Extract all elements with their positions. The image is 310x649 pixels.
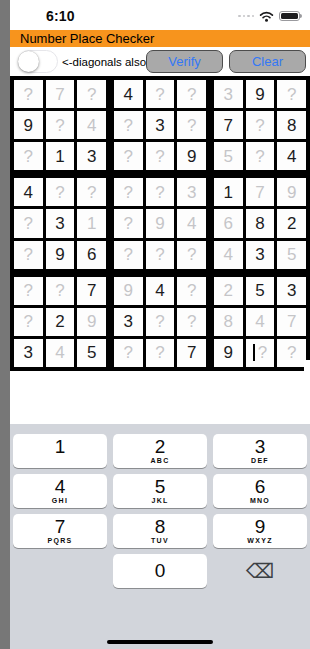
- cell-value: 2: [224, 282, 233, 299]
- key-digit-label: 2: [155, 437, 166, 457]
- sudoku-cell-r6c1[interactable]: ?: [14, 241, 43, 269]
- sudoku-cell-r7c3[interactable]: 7: [77, 277, 106, 305]
- status-icons: [238, 11, 300, 22]
- sudoku-cell-r1c1[interactable]: ?: [14, 80, 43, 108]
- sudoku-cell-r9c3[interactable]: 5: [77, 339, 106, 367]
- cell-value: ?: [187, 117, 196, 134]
- cell-value: ?: [124, 246, 133, 263]
- sudoku-cell-r6c6[interactable]: ?: [177, 241, 206, 269]
- cell-value: ?: [55, 282, 64, 299]
- cell-value: 5: [287, 246, 296, 263]
- cell-value: 9: [155, 215, 164, 232]
- sudoku-box-1: ?7?9?4?13: [14, 80, 106, 170]
- cell-value: ?: [287, 86, 296, 103]
- cell-value: ?: [255, 148, 264, 165]
- cell-value: 4: [155, 282, 164, 299]
- sudoku-board: ?7?9?4?134???3???939?7?85?44???31?96??3?…: [10, 76, 310, 371]
- sudoku-cell-r8c5[interactable]: ?: [146, 308, 175, 336]
- key-digit-label: 0: [155, 561, 166, 581]
- cell-value: 9: [287, 184, 296, 201]
- sudoku-cell-r1c2[interactable]: 7: [46, 80, 75, 108]
- cell-value: 9: [187, 148, 196, 165]
- cell-value: 3: [187, 184, 196, 201]
- text-cursor: [253, 344, 255, 361]
- status-bar: 6:10: [10, 0, 310, 30]
- sudoku-cell-r2c9[interactable]: 8: [277, 111, 306, 139]
- sudoku-cell-r2c3[interactable]: 4: [77, 111, 106, 139]
- sudoku-cell-r4c7[interactable]: 1: [214, 178, 243, 206]
- sudoku-cell-r9c8[interactable]: ?: [246, 339, 275, 367]
- sudoku-cell-r6c8[interactable]: 3: [246, 241, 275, 269]
- key-9[interactable]: 9WXYZ: [213, 514, 307, 548]
- cell-value: ?: [124, 117, 133, 134]
- sudoku-cell-r6c5[interactable]: ?: [146, 241, 175, 269]
- board-corner-notch: [304, 360, 310, 373]
- cell-value: 9: [224, 344, 233, 361]
- sudoku-cell-r9c9[interactable]: ?: [277, 339, 306, 367]
- key-7[interactable]: 7PQRS: [13, 514, 107, 548]
- status-time: 6:10: [46, 8, 75, 24]
- home-indicator[interactable]: [107, 640, 213, 645]
- key-digit-label: 3: [255, 437, 266, 457]
- sudoku-cell-r5c3[interactable]: 1: [77, 209, 106, 237]
- sudoku-cell-r6c4[interactable]: ?: [114, 241, 143, 269]
- cell-value: 9: [255, 86, 264, 103]
- sudoku-cell-r8c2[interactable]: 2: [46, 308, 75, 336]
- sudoku-cell-r8c8[interactable]: 4: [246, 308, 275, 336]
- sudoku-cell-r7c4[interactable]: 9: [114, 277, 143, 305]
- sudoku-box-9: 2538479??: [214, 277, 306, 367]
- cell-value: 4: [287, 148, 296, 165]
- cell-value: ?: [87, 86, 96, 103]
- sudoku-cell-r5c9[interactable]: 2: [277, 209, 306, 237]
- clear-button[interactable]: Clear: [229, 50, 306, 73]
- wifi-icon: [259, 11, 274, 22]
- cell-value: ?: [155, 86, 164, 103]
- sudoku-cell-r2c5[interactable]: 3: [146, 111, 175, 139]
- cell-value: 4: [24, 184, 33, 201]
- cell-value: ?: [24, 313, 33, 330]
- cell-value: 7: [87, 282, 96, 299]
- cell-value: ?: [155, 313, 164, 330]
- cell-value: 9: [24, 117, 33, 134]
- cell-value: 4: [224, 246, 233, 263]
- key-letters-label: TUV: [151, 537, 169, 545]
- cell-value: ?: [155, 344, 164, 361]
- sudoku-cell-r3c5[interactable]: ?: [146, 142, 175, 170]
- cell-value: 3: [287, 282, 296, 299]
- key-0[interactable]: 0: [113, 554, 207, 588]
- sudoku-cell-r2c8[interactable]: ?: [246, 111, 275, 139]
- sudoku-cell-r8c3[interactable]: 9: [77, 308, 106, 336]
- sudoku-cell-r4c4[interactable]: ?: [114, 178, 143, 206]
- cell-value: 8: [287, 117, 296, 134]
- sudoku-cell-r8c9[interactable]: 7: [277, 308, 306, 336]
- keyboard-row-4: 0 ⌫: [13, 554, 307, 588]
- sudoku-cell-r7c5[interactable]: 4: [146, 277, 175, 305]
- cell-value: 3: [255, 246, 264, 263]
- sudoku-cell-r7c7[interactable]: 2: [214, 277, 243, 305]
- sudoku-cell-r5c4[interactable]: ?: [114, 209, 143, 237]
- diagonals-toggle[interactable]: [18, 50, 58, 73]
- cell-value: ?: [24, 86, 33, 103]
- cell-value: 5: [224, 148, 233, 165]
- key-3[interactable]: 3DEF: [213, 434, 307, 468]
- app-title: Number Place Checker: [20, 31, 154, 46]
- key-letters-label: ABC: [150, 457, 169, 465]
- sudoku-cell-r1c4[interactable]: 4: [114, 80, 143, 108]
- sudoku-box-8: 94?3????7: [114, 277, 206, 367]
- cell-value: 4: [87, 117, 96, 134]
- verify-button[interactable]: Verify: [146, 50, 223, 73]
- cell-value: ?: [87, 184, 96, 201]
- sudoku-box-3: 39?7?85?4: [214, 80, 306, 170]
- sudoku-cell-r5c5[interactable]: 9: [146, 209, 175, 237]
- sudoku-cell-r3c8[interactable]: ?: [246, 142, 275, 170]
- cell-value: 4: [55, 344, 64, 361]
- cell-value: ?: [258, 344, 267, 361]
- cell-value: 3: [87, 148, 96, 165]
- cell-value: 3: [124, 313, 133, 330]
- sudoku-cell-r8c7[interactable]: 8: [214, 308, 243, 336]
- sudoku-cell-r5c1[interactable]: ?: [14, 209, 43, 237]
- sudoku-cell-r4c8[interactable]: 7: [246, 178, 275, 206]
- cell-value: ?: [124, 215, 133, 232]
- sudoku-box-4: 4???31?96: [14, 178, 106, 268]
- cell-value: 7: [287, 313, 296, 330]
- cell-value: ?: [124, 148, 133, 165]
- cellular-signal-icon: [238, 15, 254, 18]
- key-4[interactable]: 4GHI: [13, 474, 107, 508]
- sudoku-cell-r5c2[interactable]: 3: [46, 209, 75, 237]
- backspace-key-icon[interactable]: ⌫: [246, 561, 274, 581]
- numeric-keyboard: 12ABC3DEF 4GHI5JKL6MNO 7PQRS8TUV9WXYZ 0 …: [10, 424, 310, 649]
- toggle-knob: [18, 51, 39, 72]
- sudoku-cell-r1c5[interactable]: ?: [146, 80, 175, 108]
- sudoku-cell-r4c6[interactable]: 3: [177, 178, 206, 206]
- sudoku-cell-r4c2[interactable]: ?: [46, 178, 75, 206]
- key-1[interactable]: 1: [13, 434, 107, 468]
- cell-value: ?: [187, 313, 196, 330]
- sudoku-cell-r9c2[interactable]: 4: [46, 339, 75, 367]
- key-digit-label: 1: [55, 437, 66, 457]
- key-digit-label: 4: [55, 477, 66, 497]
- cell-value: ?: [155, 184, 164, 201]
- cell-value: 1: [224, 184, 233, 201]
- sudoku-cell-r2c1[interactable]: 9: [14, 111, 43, 139]
- cell-value: 8: [255, 215, 264, 232]
- sudoku-cell-r7c1[interactable]: ?: [14, 277, 43, 305]
- sudoku-cell-r3c4[interactable]: ?: [114, 142, 143, 170]
- key-digit-label: 6: [255, 477, 266, 497]
- cell-value: ?: [155, 148, 164, 165]
- keyboard-row-3: 7PQRS8TUV9WXYZ: [13, 514, 307, 548]
- sudoku-cell-r2c6[interactable]: ?: [177, 111, 206, 139]
- cell-value: 8: [224, 313, 233, 330]
- sudoku-cell-r1c8[interactable]: 9: [246, 80, 275, 108]
- key-letters-label: WXYZ: [247, 537, 272, 545]
- cell-value: ?: [24, 148, 33, 165]
- sudoku-cell-r6c7[interactable]: 4: [214, 241, 243, 269]
- cell-value: 7: [187, 344, 196, 361]
- sudoku-cell-r2c4[interactable]: ?: [114, 111, 143, 139]
- sudoku-cell-r8c4[interactable]: 3: [114, 308, 143, 336]
- sudoku-cell-r7c9[interactable]: 3: [277, 277, 306, 305]
- cell-value: ?: [155, 246, 164, 263]
- key-8[interactable]: 8TUV: [113, 514, 207, 548]
- cell-value: 3: [55, 215, 64, 232]
- nav-bar: Number Place Checker: [10, 30, 310, 47]
- cell-value: ?: [24, 246, 33, 263]
- cell-value: 9: [124, 282, 133, 299]
- key-5[interactable]: 5JKL: [113, 474, 207, 508]
- sudoku-cell-r9c7[interactable]: 9: [214, 339, 243, 367]
- sudoku-cell-r5c6[interactable]: 4: [177, 209, 206, 237]
- cell-value: 2: [287, 215, 296, 232]
- key-letters-label: MNO: [250, 497, 270, 505]
- sudoku-cell-r9c1[interactable]: 3: [14, 339, 43, 367]
- sudoku-cell-r3c2[interactable]: 1: [46, 142, 75, 170]
- sudoku-cell-r5c8[interactable]: 8: [246, 209, 275, 237]
- sudoku-cell-r7c2[interactable]: ?: [46, 277, 75, 305]
- cell-value: ?: [55, 184, 64, 201]
- controls-row: <-diagonals also Verify Clear: [10, 47, 310, 76]
- cell-value: 9: [87, 313, 96, 330]
- keyboard-row-1: 12ABC3DEF: [13, 434, 307, 468]
- cell-value: 6: [224, 215, 233, 232]
- sudoku-cell-r2c7[interactable]: 7: [214, 111, 243, 139]
- sudoku-cell-r3c7[interactable]: 5: [214, 142, 243, 170]
- key-letters-label: GHI: [52, 497, 68, 505]
- keyboard-row-2: 4GHI5JKL6MNO: [13, 474, 307, 508]
- cell-value: 4: [255, 313, 264, 330]
- battery-icon: [279, 11, 300, 22]
- cell-value: 1: [55, 148, 64, 165]
- sudoku-cell-r7c6[interactable]: ?: [177, 277, 206, 305]
- sudoku-cell-r1c3[interactable]: ?: [77, 80, 106, 108]
- cell-value: 9: [55, 246, 64, 263]
- cell-value: 4: [124, 86, 133, 103]
- sudoku-box-6: 179682435: [214, 178, 306, 268]
- cell-value: 2: [55, 313, 64, 330]
- cell-value: 7: [55, 86, 64, 103]
- key-digit-label: 8: [155, 517, 166, 537]
- key-digit-label: 5: [155, 477, 166, 497]
- cell-value: ?: [187, 282, 196, 299]
- sudoku-cell-r3c1[interactable]: ?: [14, 142, 43, 170]
- cell-value: 1: [87, 215, 96, 232]
- cell-value: ?: [24, 282, 33, 299]
- cell-value: ?: [124, 184, 133, 201]
- sudoku-box-2: 4???3???9: [114, 80, 206, 170]
- sudoku-cell-r4c9[interactable]: 9: [277, 178, 306, 206]
- sudoku-cell-r6c2[interactable]: 9: [46, 241, 75, 269]
- sudoku-cell-r8c6[interactable]: ?: [177, 308, 206, 336]
- key-letters-label: DEF: [251, 457, 269, 465]
- cell-value: 5: [255, 282, 264, 299]
- sudoku-cell-r5c7[interactable]: 6: [214, 209, 243, 237]
- sudoku-cell-r3c3[interactable]: 3: [77, 142, 106, 170]
- key-letters-label: JKL: [151, 497, 168, 505]
- sudoku-cell-r3c6[interactable]: 9: [177, 142, 206, 170]
- keyboard-spacer: [13, 554, 107, 588]
- cell-value: ?: [287, 344, 296, 361]
- cell-value: ?: [187, 86, 196, 103]
- cell-value: 7: [224, 117, 233, 134]
- sudoku-cell-r1c9[interactable]: ?: [277, 80, 306, 108]
- sudoku-cell-r4c3[interactable]: ?: [77, 178, 106, 206]
- diagonals-toggle-label: <-diagonals also: [62, 56, 146, 68]
- backspace-key-area: ⌫: [213, 554, 307, 588]
- sudoku-cell-r3c9[interactable]: 4: [277, 142, 306, 170]
- sudoku-cell-r9c6[interactable]: 7: [177, 339, 206, 367]
- key-6[interactable]: 6MNO: [213, 474, 307, 508]
- cell-value: ?: [124, 344, 133, 361]
- sudoku-box-7: ??7?29345: [14, 277, 106, 367]
- cell-value: ?: [24, 215, 33, 232]
- cell-value: 6: [87, 246, 96, 263]
- sudoku-cell-r2c2[interactable]: ?: [46, 111, 75, 139]
- sudoku-cell-r9c4[interactable]: ?: [114, 339, 143, 367]
- cell-value: 3: [155, 117, 164, 134]
- cell-value: 5: [87, 344, 96, 361]
- cell-value: 4: [187, 215, 196, 232]
- cell-value: ?: [187, 246, 196, 263]
- phone-screen: 6:10 Number Place Checker <-diagon: [10, 0, 310, 649]
- sudoku-cell-r4c5[interactable]: ?: [146, 178, 175, 206]
- cell-value: 3: [224, 86, 233, 103]
- sudoku-cell-r8c1[interactable]: ?: [14, 308, 43, 336]
- key-digit-label: 7: [55, 517, 66, 537]
- sudoku-cell-r6c9[interactable]: 5: [277, 241, 306, 269]
- sudoku-cell-r4c1[interactable]: 4: [14, 178, 43, 206]
- sudoku-cell-r6c3[interactable]: 6: [77, 241, 106, 269]
- sudoku-cell-r7c8[interactable]: 5: [246, 277, 275, 305]
- cell-value: ?: [55, 117, 64, 134]
- cell-value: 3: [24, 344, 33, 361]
- sudoku-cell-r9c5[interactable]: ?: [146, 339, 175, 367]
- cell-value: ?: [255, 117, 264, 134]
- key-2[interactable]: 2ABC: [113, 434, 207, 468]
- key-digit-label: 9: [255, 517, 266, 537]
- sudoku-box-5: ??3?94???: [114, 178, 206, 268]
- cell-value: 7: [255, 184, 264, 201]
- sudoku-cell-r1c6[interactable]: ?: [177, 80, 206, 108]
- sudoku-cell-r1c7[interactable]: 3: [214, 80, 243, 108]
- key-letters-label: PQRS: [47, 537, 72, 545]
